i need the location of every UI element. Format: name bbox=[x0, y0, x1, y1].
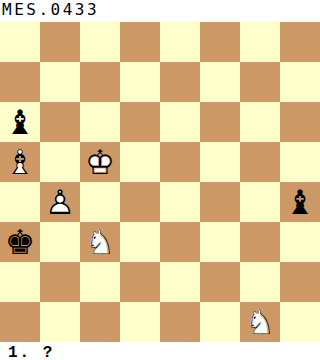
square-c3[interactable]: ♞♘ bbox=[80, 222, 120, 262]
square-e2[interactable] bbox=[160, 262, 200, 302]
square-c7[interactable] bbox=[80, 62, 120, 102]
square-b1[interactable] bbox=[40, 302, 80, 342]
white-knight-piece: ♞♘ bbox=[80, 222, 120, 262]
square-h6[interactable] bbox=[280, 102, 320, 142]
square-c5[interactable]: ♚♔ bbox=[80, 142, 120, 182]
square-a7[interactable] bbox=[0, 62, 40, 102]
square-d6[interactable] bbox=[120, 102, 160, 142]
diagram-title: MES.0433 bbox=[0, 0, 320, 22]
square-h8[interactable] bbox=[280, 22, 320, 62]
square-f5[interactable] bbox=[200, 142, 240, 182]
square-d8[interactable] bbox=[120, 22, 160, 62]
white-pawn-piece: ♟♙ bbox=[40, 182, 80, 222]
square-h2[interactable] bbox=[280, 262, 320, 302]
black-bishop-piece: ♝ bbox=[280, 182, 320, 222]
black-king-piece: ♚ bbox=[0, 222, 40, 262]
square-g8[interactable] bbox=[240, 22, 280, 62]
square-h1[interactable] bbox=[280, 302, 320, 342]
square-b5[interactable] bbox=[40, 142, 80, 182]
square-g1[interactable]: ♞♘ bbox=[240, 302, 280, 342]
square-e1[interactable] bbox=[160, 302, 200, 342]
square-e8[interactable] bbox=[160, 22, 200, 62]
chess-board: ♝♝♗♚♔♟♙♝♚♞♘♞♘ bbox=[0, 22, 320, 342]
square-a8[interactable] bbox=[0, 22, 40, 62]
square-a5[interactable]: ♝♗ bbox=[0, 142, 40, 182]
square-e6[interactable] bbox=[160, 102, 200, 142]
square-d5[interactable] bbox=[120, 142, 160, 182]
move-prompt: 1. ? bbox=[0, 342, 320, 360]
square-g2[interactable] bbox=[240, 262, 280, 302]
white-king-piece: ♚♔ bbox=[80, 142, 120, 182]
square-c8[interactable] bbox=[80, 22, 120, 62]
square-b8[interactable] bbox=[40, 22, 80, 62]
square-b2[interactable] bbox=[40, 262, 80, 302]
white-bishop-piece: ♝♗ bbox=[0, 142, 40, 182]
square-a1[interactable] bbox=[0, 302, 40, 342]
square-e4[interactable] bbox=[160, 182, 200, 222]
square-d1[interactable] bbox=[120, 302, 160, 342]
black-bishop-piece: ♝ bbox=[0, 102, 40, 142]
square-f2[interactable] bbox=[200, 262, 240, 302]
square-d7[interactable] bbox=[120, 62, 160, 102]
square-d3[interactable] bbox=[120, 222, 160, 262]
chess-diagram-window: MES.0433 ♝♝♗♚♔♟♙♝♚♞♘♞♘ 1. ? bbox=[0, 0, 320, 360]
square-g5[interactable] bbox=[240, 142, 280, 182]
square-h3[interactable] bbox=[280, 222, 320, 262]
square-e7[interactable] bbox=[160, 62, 200, 102]
square-b6[interactable] bbox=[40, 102, 80, 142]
square-g7[interactable] bbox=[240, 62, 280, 102]
square-a6[interactable]: ♝ bbox=[0, 102, 40, 142]
square-a2[interactable] bbox=[0, 262, 40, 302]
square-c1[interactable] bbox=[80, 302, 120, 342]
square-f6[interactable] bbox=[200, 102, 240, 142]
square-b4[interactable]: ♟♙ bbox=[40, 182, 80, 222]
square-f8[interactable] bbox=[200, 22, 240, 62]
square-d2[interactable] bbox=[120, 262, 160, 302]
square-c6[interactable] bbox=[80, 102, 120, 142]
square-b3[interactable] bbox=[40, 222, 80, 262]
square-f3[interactable] bbox=[200, 222, 240, 262]
square-a4[interactable] bbox=[0, 182, 40, 222]
square-h7[interactable] bbox=[280, 62, 320, 102]
square-b7[interactable] bbox=[40, 62, 80, 102]
square-c4[interactable] bbox=[80, 182, 120, 222]
square-a3[interactable]: ♚ bbox=[0, 222, 40, 262]
square-f1[interactable] bbox=[200, 302, 240, 342]
square-f7[interactable] bbox=[200, 62, 240, 102]
square-c2[interactable] bbox=[80, 262, 120, 302]
square-g6[interactable] bbox=[240, 102, 280, 142]
square-f4[interactable] bbox=[200, 182, 240, 222]
square-d4[interactable] bbox=[120, 182, 160, 222]
square-e3[interactable] bbox=[160, 222, 200, 262]
square-g3[interactable] bbox=[240, 222, 280, 262]
square-g4[interactable] bbox=[240, 182, 280, 222]
white-knight-piece: ♞♘ bbox=[240, 302, 280, 342]
square-h5[interactable] bbox=[280, 142, 320, 182]
square-e5[interactable] bbox=[160, 142, 200, 182]
square-h4[interactable]: ♝ bbox=[280, 182, 320, 222]
